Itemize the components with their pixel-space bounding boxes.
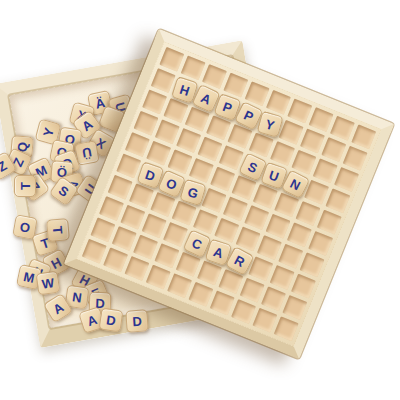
tray-letter-cube[interactable]: D [125,309,148,332]
scene: ÄUXAYOXQOÜQZMÖZVSTUZOTTHNMWHUENADADDK HA… [0,0,400,400]
tray-letter-cube[interactable]: T [46,218,70,242]
tray-letter-cube[interactable]: D [99,308,124,333]
tray-letter-cube[interactable]: T [14,175,36,197]
tray-letter-cube[interactable]: W [36,271,61,296]
